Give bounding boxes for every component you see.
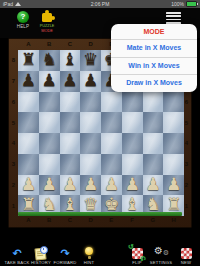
square-b8[interactable]: ♞ [39, 50, 60, 71]
square-c8[interactable]: ♝ [60, 50, 81, 71]
white-knight: ♞ [143, 193, 164, 214]
help-label: HELP [17, 24, 30, 29]
coordinate-label: B [39, 216, 60, 225]
square-e4[interactable] [101, 133, 122, 154]
square-f3[interactable] [122, 154, 143, 175]
settings-label: SETTINGS [150, 260, 173, 265]
square-g2[interactable]: ♟ [143, 175, 164, 196]
turn-indicator-bar [18, 212, 182, 216]
menu-item-win-in-x[interactable]: Win in X Moves [111, 58, 197, 76]
white-pawn: ♟ [60, 173, 81, 194]
square-b2[interactable]: ♟ [39, 175, 60, 196]
white-pawn: ♟ [80, 173, 101, 194]
square-h2[interactable]: ♟ [163, 175, 184, 196]
square-a4[interactable] [18, 133, 39, 154]
help-icon: ? [17, 11, 29, 23]
puzzle-label-line2: MODE [41, 29, 52, 33]
history-icon [35, 247, 47, 259]
square-e3[interactable] [101, 154, 122, 175]
white-pawn: ♟ [163, 173, 184, 194]
square-h3[interactable] [163, 154, 184, 175]
square-b4[interactable] [39, 133, 60, 154]
file-labels-bottom: ABCDEFGH [18, 216, 184, 225]
square-g3[interactable] [143, 154, 164, 175]
popover-title: MODE [111, 24, 197, 40]
square-e6[interactable] [101, 92, 122, 113]
puzzle-piece-icon [42, 13, 52, 22]
square-c2[interactable]: ♟ [60, 175, 81, 196]
flip-board-icon: ↺ ↺ [131, 247, 143, 259]
square-a7[interactable]: ♟ [18, 71, 39, 92]
square-c4[interactable] [60, 133, 81, 154]
square-f6[interactable] [122, 92, 143, 113]
square-d3[interactable] [80, 154, 101, 175]
coordinate-label: A [18, 216, 39, 225]
square-e5[interactable] [101, 112, 122, 133]
square-a8[interactable]: ♜ [18, 50, 39, 71]
coordinate-label: 1 [9, 203, 18, 209]
coordinate-label: C [60, 40, 81, 49]
new-button[interactable]: NEW [171, 247, 200, 265]
status-right: 100% [171, 0, 197, 8]
coordinate-label: 7 [9, 78, 18, 84]
square-c7[interactable]: ♟ [60, 71, 81, 92]
white-pawn: ♟ [101, 173, 122, 194]
puzzle-label-line1: PUZZLE [40, 24, 55, 28]
coordinate-label: D [80, 216, 101, 225]
square-a3[interactable] [18, 154, 39, 175]
battery-percent: 100% [171, 0, 184, 8]
coordinate-label: H [163, 216, 184, 225]
square-c5[interactable] [60, 112, 81, 133]
square-g6[interactable] [143, 92, 164, 113]
square-h4[interactable] [163, 133, 184, 154]
white-knight: ♞ [39, 193, 60, 214]
coordinate-label: 6 [9, 99, 18, 105]
square-f5[interactable] [122, 112, 143, 133]
coordinate-label: G [143, 216, 164, 225]
coordinate-label: 4 [9, 140, 18, 146]
square-d6[interactable] [80, 92, 101, 113]
menu-item-mate-in-x[interactable]: Mate in X Moves [111, 40, 197, 58]
square-b3[interactable] [39, 154, 60, 175]
coordinate-label: E [101, 216, 122, 225]
status-time: 2:06 PM [0, 0, 200, 8]
redo-arrow-icon: ↷ [60, 248, 69, 259]
coordinate-label: A [18, 40, 39, 49]
black-bishop: ♝ [60, 48, 81, 69]
white-rook: ♜ [18, 193, 39, 214]
coordinate-label: 2 [9, 182, 18, 188]
square-b5[interactable] [39, 112, 60, 133]
white-queen: ♛ [80, 193, 101, 214]
square-d4[interactable] [80, 133, 101, 154]
white-pawn: ♟ [122, 173, 143, 194]
coordinate-label: C [60, 216, 81, 225]
square-f2[interactable]: ♟ [122, 175, 143, 196]
hint-label: HINT [84, 260, 95, 265]
lightbulb-icon [83, 247, 95, 259]
white-bishop: ♝ [122, 193, 143, 214]
coordinate-label: D [80, 40, 101, 49]
square-a5[interactable] [18, 112, 39, 133]
square-f4[interactable] [122, 133, 143, 154]
square-g4[interactable] [143, 133, 164, 154]
app-screen: iPad 2:06 PM 100% ? HELP PUZZLE MODE MEN… [0, 0, 200, 266]
battery-icon [186, 1, 197, 7]
menu-item-draw-in-x[interactable]: Draw in X Moves [111, 75, 197, 92]
white-pawn: ♟ [18, 173, 39, 194]
black-pawn: ♟ [39, 69, 60, 90]
square-d8[interactable]: ♛ [80, 50, 101, 71]
square-g5[interactable] [143, 112, 164, 133]
coordinate-label: B [39, 40, 60, 49]
coordinate-label: F [122, 216, 143, 225]
coordinate-label: 5 [9, 120, 18, 126]
square-a2[interactable]: ♟ [18, 175, 39, 196]
bottom-toolbar: ↶ TAKE BACK HISTORY ↷ FORWARD HINT ↺ ↺ [0, 244, 200, 266]
white-pawn: ♟ [143, 173, 164, 194]
square-d2[interactable]: ♟ [80, 175, 101, 196]
white-pawn: ♟ [39, 173, 60, 194]
new-label: NEW [181, 260, 191, 265]
white-king: ♚ [101, 193, 122, 214]
black-pawn: ♟ [60, 69, 81, 90]
history-label: HISTORY [31, 260, 51, 265]
undo-arrow-icon: ↶ [12, 248, 21, 259]
new-board-icon [180, 247, 192, 259]
square-e2[interactable]: ♟ [101, 175, 122, 196]
square-b7[interactable]: ♟ [39, 71, 60, 92]
square-c3[interactable] [60, 154, 81, 175]
hint-button[interactable]: HINT [74, 247, 104, 265]
black-queen: ♛ [80, 48, 101, 69]
square-a6[interactable] [18, 92, 39, 113]
square-c6[interactable] [60, 92, 81, 113]
square-d5[interactable] [80, 112, 101, 133]
black-pawn: ♟ [18, 69, 39, 90]
coordinate-label: 3 [9, 161, 18, 167]
square-h5[interactable] [163, 112, 184, 133]
rank-labels-left: 87654321 [9, 50, 18, 216]
white-rook: ♜ [163, 193, 184, 214]
square-d7[interactable]: ♟ [80, 71, 101, 92]
black-pawn: ♟ [80, 69, 101, 90]
hamburger-icon [166, 12, 181, 24]
black-knight: ♞ [39, 48, 60, 69]
white-bishop: ♝ [60, 193, 81, 214]
coordinate-label: 8 [9, 57, 18, 63]
black-rook: ♜ [18, 48, 39, 69]
status-bar: iPad 2:06 PM 100% [0, 0, 200, 8]
square-b6[interactable] [39, 92, 60, 113]
square-h6[interactable] [163, 92, 184, 113]
gears-icon: ⚙ ⚙ [155, 247, 167, 259]
puzzle-mode-button[interactable]: PUZZLE MODE [32, 11, 62, 33]
forward-label: FORWARD [54, 260, 77, 265]
mode-popover: MODE Mate in X Moves Win in X Moves Draw… [111, 24, 197, 92]
